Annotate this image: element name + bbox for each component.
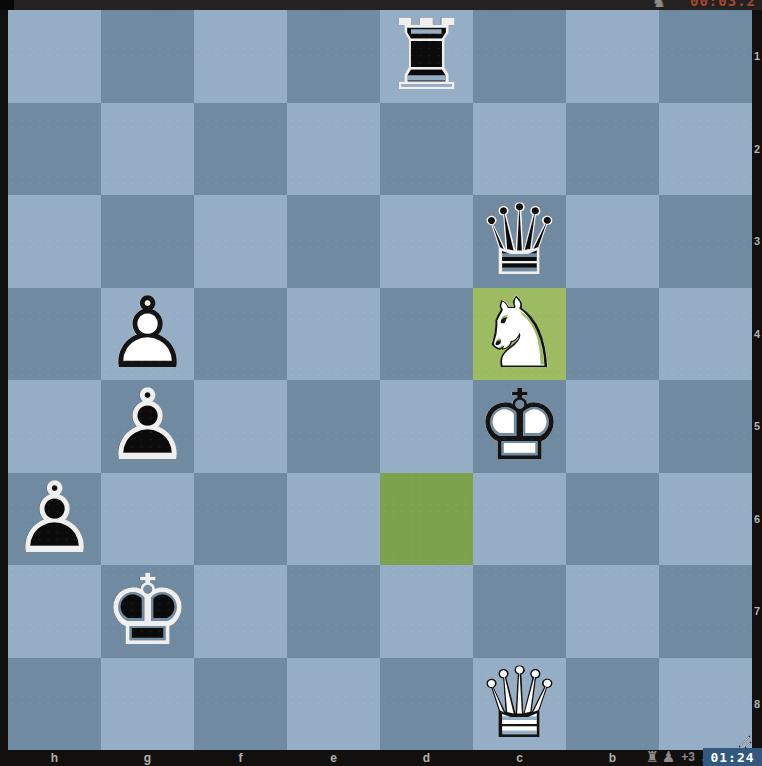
white-pawn[interactable]: ♟♙ [101, 288, 194, 381]
square-a6[interactable] [659, 473, 752, 566]
square-b5[interactable] [566, 380, 659, 473]
rank-label-8: 8 [752, 658, 762, 751]
rank-label-3: 3 [752, 195, 762, 288]
square-h3[interactable] [8, 195, 101, 288]
black-pawn-outline: ♙ [11, 469, 99, 567]
square-f7[interactable] [194, 565, 287, 658]
file-labels: hgfedcba [8, 750, 752, 766]
square-c4[interactable]: ♞♘ [473, 288, 566, 381]
black-pawn[interactable]: ♟♙ [8, 473, 101, 566]
square-d4[interactable] [380, 288, 473, 381]
square-d1[interactable]: ♜♖ [380, 10, 473, 103]
square-e4[interactable] [287, 288, 380, 381]
rank-label-1: 1 [752, 10, 762, 103]
white-pawn-outline: ♙ [104, 284, 192, 382]
square-a1[interactable] [659, 10, 752, 103]
square-e8[interactable] [287, 658, 380, 751]
square-f4[interactable] [194, 288, 287, 381]
rank-label-6: 6 [752, 473, 762, 566]
white-queen[interactable]: ♛♕ [473, 658, 566, 751]
rank-label-2: 2 [752, 103, 762, 196]
rank-label-5: 5 [752, 380, 762, 473]
square-e6[interactable] [287, 473, 380, 566]
square-f5[interactable] [194, 380, 287, 473]
rank-label-7: 7 [752, 565, 762, 658]
square-b6[interactable] [566, 473, 659, 566]
square-c8[interactable]: ♛♕ [473, 658, 566, 751]
square-f6[interactable] [194, 473, 287, 566]
square-d7[interactable] [380, 565, 473, 658]
square-c3[interactable]: ♛♕ [473, 195, 566, 288]
white-queen-outline: ♕ [476, 654, 564, 752]
square-a7[interactable] [659, 565, 752, 658]
material-advantage: +3 [681, 750, 695, 764]
square-h1[interactable] [8, 10, 101, 103]
rank-labels: 12345678 [752, 10, 762, 750]
square-g7[interactable]: ♚♔ [101, 565, 194, 658]
rank-label-4: 4 [752, 288, 762, 381]
square-c2[interactable] [473, 103, 566, 196]
player-clock: 01:24 [703, 748, 762, 766]
chess-board: ♜♖♛♕♟♙♞♘♟♙♚♔♟♙♚♔♛♕ [8, 10, 752, 750]
square-b4[interactable] [566, 288, 659, 381]
square-h5[interactable] [8, 380, 101, 473]
file-label-c: c [473, 750, 566, 766]
square-g2[interactable] [101, 103, 194, 196]
pawn-icon: ♟ [662, 750, 675, 765]
file-label-g: g [101, 750, 194, 766]
square-h6[interactable]: ♟♙ [8, 473, 101, 566]
square-c5[interactable]: ♚♔ [473, 380, 566, 473]
top-bar: ♞ 00:03.2 [0, 0, 762, 10]
black-king-outline: ♔ [104, 561, 192, 659]
square-g1[interactable] [101, 10, 194, 103]
square-h8[interactable] [8, 658, 101, 751]
square-e1[interactable] [287, 10, 380, 103]
square-g3[interactable] [101, 195, 194, 288]
square-c7[interactable] [473, 565, 566, 658]
file-label-f: f [194, 750, 287, 766]
file-label-d: d [380, 750, 473, 766]
square-g6[interactable] [101, 473, 194, 566]
black-rook-outline: ♖ [383, 6, 471, 104]
square-b7[interactable] [566, 565, 659, 658]
top-left-corner [0, 0, 14, 10]
square-a5[interactable] [659, 380, 752, 473]
file-label-h: h [8, 750, 101, 766]
square-e5[interactable] [287, 380, 380, 473]
black-pawn[interactable]: ♟♙ [101, 380, 194, 473]
square-d2[interactable] [380, 103, 473, 196]
square-e2[interactable] [287, 103, 380, 196]
rook-icon: ♜ [645, 750, 658, 765]
square-d3[interactable] [380, 195, 473, 288]
square-c6[interactable] [473, 473, 566, 566]
square-a2[interactable] [659, 103, 752, 196]
black-queen[interactable]: ♛♕ [473, 195, 566, 288]
white-knight-outline: ♘ [476, 284, 564, 382]
file-label-e: e [287, 750, 380, 766]
white-knight[interactable]: ♞♘ [473, 288, 566, 381]
square-g8[interactable] [101, 658, 194, 751]
square-h4[interactable] [8, 288, 101, 381]
resize-handle[interactable] [736, 733, 752, 749]
square-e7[interactable] [287, 565, 380, 658]
white-king-outline: ♔ [476, 376, 564, 474]
square-d6[interactable] [380, 473, 473, 566]
square-f3[interactable] [194, 195, 287, 288]
square-b8[interactable] [566, 658, 659, 751]
game-window: ♞ 00:03.2 ♜♖♛♕♟♙♞♘♟♙♚♔♟♙♚♔♛♕ 12345678 hg… [0, 0, 762, 766]
square-d8[interactable] [380, 658, 473, 751]
black-pawn-outline: ♙ [104, 376, 192, 474]
material-and-clock: ♜ ♟ +3 01:24 [645, 748, 762, 766]
opponent-clock: 00:03.2 [690, 0, 756, 9]
knight-icon: ♞ [652, 0, 666, 10]
square-g4[interactable]: ♟♙ [101, 288, 194, 381]
square-h2[interactable] [8, 103, 101, 196]
square-a3[interactable] [659, 195, 752, 288]
square-h7[interactable] [8, 565, 101, 658]
black-king[interactable]: ♚♔ [101, 565, 194, 658]
square-b3[interactable] [566, 195, 659, 288]
square-e3[interactable] [287, 195, 380, 288]
black-rook[interactable]: ♜♖ [380, 10, 473, 103]
square-f2[interactable] [194, 103, 287, 196]
square-b2[interactable] [566, 103, 659, 196]
white-king[interactable]: ♚♔ [473, 380, 566, 473]
square-d5[interactable] [380, 380, 473, 473]
square-f1[interactable] [194, 10, 287, 103]
square-g5[interactable]: ♟♙ [101, 380, 194, 473]
black-queen-outline: ♕ [476, 191, 564, 289]
square-a4[interactable] [659, 288, 752, 381]
square-b1[interactable] [566, 10, 659, 103]
square-c1[interactable] [473, 10, 566, 103]
square-f8[interactable] [194, 658, 287, 751]
